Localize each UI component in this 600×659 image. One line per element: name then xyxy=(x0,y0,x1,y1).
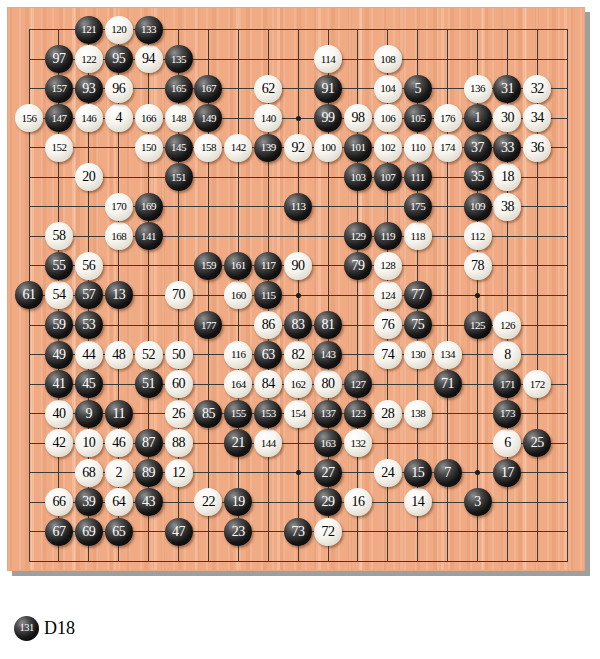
stone-move-90: 90 xyxy=(284,252,312,280)
stone-move-130: 130 xyxy=(404,341,432,369)
stone-number: 26 xyxy=(172,407,185,421)
stone-number: 21 xyxy=(232,436,245,450)
stone-number: 100 xyxy=(321,142,336,153)
stone-move-120: 120 xyxy=(105,16,133,44)
stone-number: 120 xyxy=(111,24,126,35)
stone-number: 137 xyxy=(321,408,336,419)
stone-move-91: 91 xyxy=(314,75,342,103)
stone-number: 160 xyxy=(231,290,246,301)
stone-number: 102 xyxy=(380,142,395,153)
stone-move-140: 140 xyxy=(254,104,282,132)
stone-number: 98 xyxy=(351,111,364,125)
stone-move-36: 36 xyxy=(523,134,551,162)
stone-move-74: 74 xyxy=(374,341,402,369)
grid-line-vertical xyxy=(567,30,568,563)
stone-move-84: 84 xyxy=(254,370,282,398)
footer-stone-number: 131 xyxy=(19,623,33,634)
go-board[interactable]: 1234567891011121314151617181920212223242… xyxy=(7,7,585,571)
stone-move-21: 21 xyxy=(224,429,252,457)
stone-move-13: 13 xyxy=(105,281,133,309)
stone-move-27: 27 xyxy=(314,459,342,487)
stone-move-78: 78 xyxy=(464,252,492,280)
stone-number: 152 xyxy=(51,142,66,153)
stone-move-123: 123 xyxy=(344,400,372,428)
stone-number: 108 xyxy=(380,54,395,65)
stone-move-16: 16 xyxy=(344,488,372,516)
stone-move-73: 73 xyxy=(284,518,312,546)
stone-move-134: 134 xyxy=(434,341,462,369)
stone-move-71: 71 xyxy=(434,370,462,398)
stone-move-116: 116 xyxy=(224,341,252,369)
stone-move-99: 99 xyxy=(314,104,342,132)
stone-number: 159 xyxy=(201,260,216,271)
stone-move-124: 124 xyxy=(374,281,402,309)
stone-number: 45 xyxy=(82,377,95,391)
stone-number: 62 xyxy=(262,82,275,96)
stone-move-80: 80 xyxy=(314,370,342,398)
stone-move-48: 48 xyxy=(105,341,133,369)
stone-number: 112 xyxy=(470,231,485,242)
stone-move-103: 103 xyxy=(344,163,372,191)
stone-move-60: 60 xyxy=(165,370,193,398)
stone-move-37: 37 xyxy=(464,134,492,162)
stone-move-96: 96 xyxy=(105,75,133,103)
stone-number: 38 xyxy=(501,200,514,214)
stone-number: 44 xyxy=(82,348,95,362)
stone-move-56: 56 xyxy=(75,252,103,280)
stone-move-89: 89 xyxy=(135,459,163,487)
stone-move-41: 41 xyxy=(45,370,73,398)
stone-number: 20 xyxy=(82,170,95,184)
stone-move-15: 15 xyxy=(404,459,432,487)
star-point xyxy=(296,293,301,298)
stone-number: 139 xyxy=(261,142,276,153)
stone-number: 150 xyxy=(141,142,156,153)
stone-move-109: 109 xyxy=(464,193,492,221)
stone-move-28: 28 xyxy=(374,400,402,428)
stone-move-50: 50 xyxy=(165,341,193,369)
stone-number: 162 xyxy=(291,379,306,390)
stone-move-136: 136 xyxy=(464,75,492,103)
stone-number: 111 xyxy=(411,172,425,183)
stone-move-39: 39 xyxy=(75,488,103,516)
stone-number: 87 xyxy=(142,436,155,450)
stone-number: 119 xyxy=(381,231,396,242)
stone-number: 80 xyxy=(322,377,335,391)
stone-number: 155 xyxy=(231,408,246,419)
stone-move-148: 148 xyxy=(165,104,193,132)
stone-move-138: 138 xyxy=(404,400,432,428)
stone-move-23: 23 xyxy=(224,518,252,546)
stone-move-17: 17 xyxy=(493,459,521,487)
stone-number: 130 xyxy=(410,349,425,360)
stone-number: 22 xyxy=(202,495,215,509)
stone-number: 141 xyxy=(141,231,156,242)
stone-number: 97 xyxy=(52,52,65,66)
stone-number: 84 xyxy=(262,377,275,391)
stone-number: 24 xyxy=(381,466,394,480)
stone-move-125: 125 xyxy=(464,311,492,339)
stone-move-145: 145 xyxy=(165,134,193,162)
stone-move-121: 121 xyxy=(75,16,103,44)
stone-number: 54 xyxy=(52,288,65,302)
stone-number: 90 xyxy=(292,259,305,273)
stone-move-49: 49 xyxy=(45,341,73,369)
stone-move-156: 156 xyxy=(15,104,43,132)
stone-move-18: 18 xyxy=(493,163,521,191)
stone-move-29: 29 xyxy=(314,488,342,516)
stone-number: 67 xyxy=(52,525,65,539)
stone-number: 110 xyxy=(410,142,425,153)
stone-number: 146 xyxy=(81,113,96,124)
stone-number: 31 xyxy=(501,82,514,96)
stone-number: 99 xyxy=(322,111,335,125)
stone-move-77: 77 xyxy=(404,281,432,309)
stone-move-3: 3 xyxy=(464,488,492,516)
stone-move-33: 33 xyxy=(493,134,521,162)
stone-move-106: 106 xyxy=(374,104,402,132)
stone-number: 173 xyxy=(500,408,515,419)
stone-move-82: 82 xyxy=(284,341,312,369)
stone-move-117: 117 xyxy=(254,252,282,280)
stone-move-93: 93 xyxy=(75,75,103,103)
stone-move-32: 32 xyxy=(523,75,551,103)
stone-number: 70 xyxy=(172,288,185,302)
stone-move-58: 58 xyxy=(45,222,73,250)
stone-move-110: 110 xyxy=(404,134,432,162)
stone-move-168: 168 xyxy=(105,222,133,250)
stone-move-133: 133 xyxy=(135,16,163,44)
stone-number: 107 xyxy=(380,172,395,183)
stone-move-88: 88 xyxy=(165,429,193,457)
stone-move-152: 152 xyxy=(45,134,73,162)
stone-move-75: 75 xyxy=(404,311,432,339)
stone-number: 115 xyxy=(261,290,276,301)
footer-coordinate-label: D18 xyxy=(44,618,75,639)
stone-move-79: 79 xyxy=(344,252,372,280)
stone-move-132: 132 xyxy=(344,429,372,457)
stone-move-161: 161 xyxy=(224,252,252,280)
stone-number: 175 xyxy=(410,201,425,212)
stone-move-150: 150 xyxy=(135,134,163,162)
stone-number: 5 xyxy=(414,82,421,96)
stone-move-115: 115 xyxy=(254,281,282,309)
stone-number: 49 xyxy=(52,348,65,362)
stone-move-126: 126 xyxy=(493,311,521,339)
stone-move-107: 107 xyxy=(374,163,402,191)
stone-number: 121 xyxy=(81,24,96,35)
stone-number: 127 xyxy=(350,379,365,390)
stone-number: 10 xyxy=(82,436,95,450)
stone-number: 177 xyxy=(201,320,216,331)
stone-move-100: 100 xyxy=(314,134,342,162)
stone-move-173: 173 xyxy=(493,400,521,428)
stone-move-122: 122 xyxy=(75,45,103,73)
stone-move-4: 4 xyxy=(105,104,133,132)
stone-move-35: 35 xyxy=(464,163,492,191)
stone-number: 170 xyxy=(111,201,126,212)
stone-move-42: 42 xyxy=(45,429,73,457)
stone-number: 128 xyxy=(380,260,395,271)
stone-move-19: 19 xyxy=(224,488,252,516)
stone-number: 118 xyxy=(410,231,425,242)
stone-move-2: 2 xyxy=(105,459,133,487)
stone-move-169: 169 xyxy=(135,193,163,221)
stone-move-101: 101 xyxy=(344,134,372,162)
stone-move-167: 167 xyxy=(194,75,222,103)
stone-number: 66 xyxy=(52,495,65,509)
stone-number: 142 xyxy=(231,142,246,153)
stone-move-149: 149 xyxy=(194,104,222,132)
stone-move-61: 61 xyxy=(15,281,43,309)
stone-number: 75 xyxy=(411,318,424,332)
stone-number: 13 xyxy=(112,288,125,302)
stone-move-127: 127 xyxy=(344,370,372,398)
stone-number: 154 xyxy=(291,408,306,419)
stone-move-141: 141 xyxy=(135,222,163,250)
star-point xyxy=(296,470,301,475)
stone-number: 151 xyxy=(171,172,186,183)
stone-number: 167 xyxy=(201,83,216,94)
stone-move-45: 45 xyxy=(75,370,103,398)
stone-move-54: 54 xyxy=(45,281,73,309)
stone-number: 69 xyxy=(82,525,95,539)
stone-move-95: 95 xyxy=(105,45,133,73)
stone-move-97: 97 xyxy=(45,45,73,73)
stone-move-40: 40 xyxy=(45,400,73,428)
stone-number: 29 xyxy=(322,495,335,509)
stone-move-111: 111 xyxy=(404,163,432,191)
stone-move-155: 155 xyxy=(224,400,252,428)
stone-move-151: 151 xyxy=(165,163,193,191)
stone-move-5: 5 xyxy=(404,75,432,103)
stone-number: 8 xyxy=(504,348,511,362)
stone-move-34: 34 xyxy=(523,104,551,132)
stone-number: 23 xyxy=(232,525,245,539)
stone-move-174: 174 xyxy=(434,134,462,162)
stone-move-118: 118 xyxy=(404,222,432,250)
stone-move-47: 47 xyxy=(165,518,193,546)
stone-number: 35 xyxy=(471,170,484,184)
stone-move-94: 94 xyxy=(135,45,163,73)
stone-move-108: 108 xyxy=(374,45,402,73)
stone-move-1: 1 xyxy=(464,104,492,132)
stone-move-135: 135 xyxy=(165,45,193,73)
stone-move-119: 119 xyxy=(374,222,402,250)
stone-move-112: 112 xyxy=(464,222,492,250)
stone-number: 2 xyxy=(115,466,122,480)
stone-number: 14 xyxy=(411,495,424,509)
stone-number: 68 xyxy=(82,466,95,480)
stone-move-59: 59 xyxy=(45,311,73,339)
stone-move-85: 85 xyxy=(194,400,222,428)
stone-move-113: 113 xyxy=(284,193,312,221)
stone-move-25: 25 xyxy=(523,429,551,457)
stone-move-62: 62 xyxy=(254,75,282,103)
stone-number: 91 xyxy=(322,82,335,96)
stone-move-70: 70 xyxy=(165,281,193,309)
stone-move-57: 57 xyxy=(75,281,103,309)
stone-move-87: 87 xyxy=(135,429,163,457)
stone-number: 27 xyxy=(322,466,335,480)
stone-number: 41 xyxy=(52,377,65,391)
stone-number: 59 xyxy=(52,318,65,332)
stone-number: 171 xyxy=(500,379,515,390)
stone-move-26: 26 xyxy=(165,400,193,428)
stone-move-102: 102 xyxy=(374,134,402,162)
stone-number: 103 xyxy=(350,172,365,183)
stone-move-72: 72 xyxy=(314,518,342,546)
stone-number: 176 xyxy=(440,113,455,124)
stone-number: 28 xyxy=(381,407,394,421)
stone-number: 58 xyxy=(52,229,65,243)
stone-move-105: 105 xyxy=(404,104,432,132)
stone-number: 17 xyxy=(501,466,514,480)
stone-move-104: 104 xyxy=(374,75,402,103)
stone-move-69: 69 xyxy=(75,518,103,546)
star-point xyxy=(475,293,480,298)
stone-number: 3 xyxy=(474,495,481,509)
stone-number: 52 xyxy=(142,348,155,362)
stone-move-64: 64 xyxy=(105,488,133,516)
stone-move-44: 44 xyxy=(75,341,103,369)
stone-move-38: 38 xyxy=(493,193,521,221)
stone-number: 135 xyxy=(171,54,186,65)
stone-move-158: 158 xyxy=(194,134,222,162)
stone-number: 136 xyxy=(470,83,485,94)
stone-number: 12 xyxy=(172,466,185,480)
stone-move-68: 68 xyxy=(75,459,103,487)
stone-move-65: 65 xyxy=(105,518,133,546)
stone-number: 34 xyxy=(531,111,544,125)
stone-number: 77 xyxy=(411,288,424,302)
stone-number: 73 xyxy=(292,525,305,539)
stone-number: 7 xyxy=(444,466,451,480)
stone-number: 165 xyxy=(171,83,186,94)
stone-move-14: 14 xyxy=(404,488,432,516)
stone-number: 86 xyxy=(262,318,275,332)
stone-number: 140 xyxy=(261,113,276,124)
stone-number: 133 xyxy=(141,24,156,35)
stone-number: 81 xyxy=(322,318,335,332)
stone-move-52: 52 xyxy=(135,341,163,369)
stone-number: 95 xyxy=(112,52,125,66)
stone-move-20: 20 xyxy=(75,163,103,191)
stone-number: 148 xyxy=(171,113,186,124)
stone-number: 92 xyxy=(292,141,305,155)
stone-number: 32 xyxy=(531,82,544,96)
stone-number: 40 xyxy=(52,407,65,421)
stone-number: 145 xyxy=(171,142,186,153)
stone-move-11: 11 xyxy=(105,400,133,428)
star-point xyxy=(475,470,480,475)
stone-move-83: 83 xyxy=(284,311,312,339)
stone-number: 174 xyxy=(440,142,455,153)
stone-number: 19 xyxy=(232,495,245,509)
stone-number: 153 xyxy=(261,408,276,419)
stone-number: 55 xyxy=(52,259,65,273)
stone-number: 36 xyxy=(531,141,544,155)
stone-number: 72 xyxy=(322,525,335,539)
stone-move-98: 98 xyxy=(344,104,372,132)
stone-number: 125 xyxy=(470,320,485,331)
stone-number: 4 xyxy=(115,111,122,125)
stone-move-8: 8 xyxy=(493,341,521,369)
stone-number: 161 xyxy=(231,260,246,271)
stone-number: 74 xyxy=(381,348,394,362)
stone-number: 114 xyxy=(321,54,336,65)
stone-move-128: 128 xyxy=(374,252,402,280)
stone-number: 163 xyxy=(321,438,336,449)
stone-move-9: 9 xyxy=(75,400,103,428)
stone-number: 42 xyxy=(52,436,65,450)
grid-line-horizontal xyxy=(29,561,568,562)
stone-move-81: 81 xyxy=(314,311,342,339)
stone-number: 85 xyxy=(202,407,215,421)
stone-number: 169 xyxy=(141,201,156,212)
stone-number: 1 xyxy=(474,111,481,125)
stone-number: 94 xyxy=(142,52,155,66)
stone-number: 149 xyxy=(201,113,216,124)
stone-number: 124 xyxy=(380,290,395,301)
stone-move-172: 172 xyxy=(523,370,551,398)
stone-move-129: 129 xyxy=(344,222,372,250)
stone-number: 61 xyxy=(23,288,36,302)
stone-number: 104 xyxy=(380,83,395,94)
stone-number: 105 xyxy=(410,113,425,124)
stone-number: 83 xyxy=(292,318,305,332)
stone-number: 64 xyxy=(112,495,125,509)
stone-move-170: 170 xyxy=(105,193,133,221)
footer-stone-131: 131 xyxy=(14,616,39,641)
stone-move-153: 153 xyxy=(254,400,282,428)
stone-move-12: 12 xyxy=(165,459,193,487)
stone-number: 143 xyxy=(321,349,336,360)
stone-number: 158 xyxy=(201,142,216,153)
stone-move-164: 164 xyxy=(224,370,252,398)
stone-number: 156 xyxy=(22,113,37,124)
stone-move-176: 176 xyxy=(434,104,462,132)
stone-number: 16 xyxy=(351,495,364,509)
stone-number: 6 xyxy=(504,436,511,450)
stone-move-162: 162 xyxy=(284,370,312,398)
stone-move-166: 166 xyxy=(135,104,163,132)
stone-number: 93 xyxy=(82,82,95,96)
stone-move-24: 24 xyxy=(374,459,402,487)
stone-move-171: 171 xyxy=(493,370,521,398)
stone-move-146: 146 xyxy=(75,104,103,132)
stone-number: 47 xyxy=(172,525,185,539)
stone-move-22: 22 xyxy=(194,488,222,516)
stone-number: 109 xyxy=(470,201,485,212)
stone-move-86: 86 xyxy=(254,311,282,339)
stone-number: 71 xyxy=(441,377,454,391)
footer-move-annotation: 131 D18 xyxy=(14,614,75,642)
stone-move-159: 159 xyxy=(194,252,222,280)
stone-move-46: 46 xyxy=(105,429,133,457)
stone-number: 79 xyxy=(351,259,364,273)
stone-number: 144 xyxy=(261,438,276,449)
stone-move-154: 154 xyxy=(284,400,312,428)
stone-number: 11 xyxy=(112,407,124,421)
stone-move-67: 67 xyxy=(45,518,73,546)
stone-number: 106 xyxy=(380,113,395,124)
stone-number: 39 xyxy=(82,495,95,509)
stone-move-76: 76 xyxy=(374,311,402,339)
stone-move-30: 30 xyxy=(493,104,521,132)
stone-number: 46 xyxy=(112,436,125,450)
stone-move-147: 147 xyxy=(45,104,73,132)
